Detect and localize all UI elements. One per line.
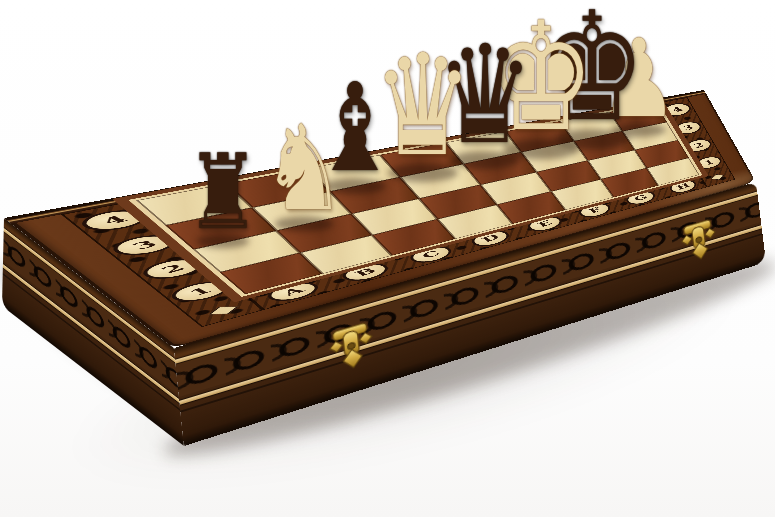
product-photo-stage: ABCDEFGH12341234 ♜♞♝♛♛♚♚♟ bbox=[0, 0, 775, 517]
